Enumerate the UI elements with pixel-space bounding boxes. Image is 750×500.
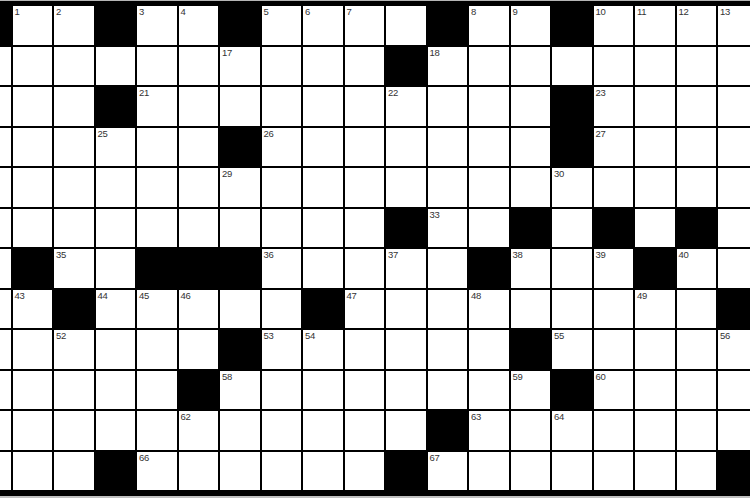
cell-r5-c5[interactable] xyxy=(136,167,178,208)
clue-number-10: 10 xyxy=(596,6,606,17)
clue-number-36: 36 xyxy=(264,249,274,260)
cell-r11-c12-black xyxy=(427,410,469,451)
cell-r3-c18[interactable] xyxy=(676,86,718,127)
clue-number-46: 46 xyxy=(181,290,191,301)
cell-r7-c10[interactable] xyxy=(344,248,386,289)
clue-number-11: 11 xyxy=(637,6,646,17)
cell-r11-c19[interactable] xyxy=(717,410,750,451)
cell-r2-c11-black xyxy=(385,46,427,87)
cell-r12-c17[interactable] xyxy=(634,451,676,492)
cell-r5-c19[interactable] xyxy=(717,167,750,208)
cell-r4-c5[interactable] xyxy=(136,127,178,168)
cell-r12-c3[interactable] xyxy=(53,451,95,492)
cell-r2-c4[interactable] xyxy=(95,46,137,87)
clue-number-58: 58 xyxy=(222,371,232,382)
cell-r1-c16[interactable]: 10 xyxy=(593,5,635,46)
cell-r3-c13[interactable] xyxy=(468,86,510,127)
clue-number-26: 26 xyxy=(264,128,274,139)
cell-r2-c7[interactable]: 17 xyxy=(219,46,261,87)
cell-r7-c8[interactable]: 36 xyxy=(261,248,303,289)
cell-r7-c11[interactable]: 37 xyxy=(385,248,427,289)
cell-r10-c7[interactable]: 58 xyxy=(219,370,261,411)
cell-r1-c10[interactable]: 7 xyxy=(344,5,386,46)
cell-r4-c6[interactable] xyxy=(178,127,220,168)
cell-r9-c6[interactable] xyxy=(178,329,220,370)
clue-number-67: 67 xyxy=(430,452,440,463)
cell-r1-c3[interactable]: 2 xyxy=(53,5,95,46)
clue-number-63: 63 xyxy=(471,411,481,422)
cell-r3-c6[interactable] xyxy=(178,86,220,127)
cell-r4-c4[interactable]: 25 xyxy=(95,127,137,168)
cell-r1-c14[interactable]: 9 xyxy=(510,5,552,46)
clue-number-2: 2 xyxy=(56,6,61,17)
cell-r8-c3-black xyxy=(53,289,95,330)
cell-r4-c8[interactable]: 26 xyxy=(261,127,303,168)
cell-r6-c11-black xyxy=(385,208,427,249)
cell-r1-c7-black xyxy=(219,5,261,46)
cell-r6-c14-black xyxy=(510,208,552,249)
cell-r1-c9[interactable]: 6 xyxy=(302,5,344,46)
cell-r11-c4[interactable] xyxy=(95,410,137,451)
cell-r5-c11[interactable] xyxy=(385,167,427,208)
cell-r1-c2[interactable]: 1 xyxy=(12,5,54,46)
cell-r5-c9[interactable] xyxy=(302,167,344,208)
clue-number-30: 30 xyxy=(554,168,564,179)
cell-r3-c11[interactable]: 22 xyxy=(385,86,427,127)
cell-r4-c16[interactable]: 27 xyxy=(593,127,635,168)
cell-r10-c8[interactable] xyxy=(261,370,303,411)
cell-r4-c17[interactable] xyxy=(634,127,676,168)
cell-r1-c8[interactable]: 5 xyxy=(261,5,303,46)
cell-r2-c5[interactable] xyxy=(136,46,178,87)
cell-r3-c17[interactable] xyxy=(634,86,676,127)
cell-r2-c18[interactable] xyxy=(676,46,718,87)
cell-r10-c3[interactable] xyxy=(53,370,95,411)
clue-number-54: 54 xyxy=(305,330,315,341)
cell-r5-c18[interactable] xyxy=(676,167,718,208)
cell-r10-c11[interactable] xyxy=(385,370,427,411)
cell-r3-c7[interactable] xyxy=(219,86,261,127)
cell-r7-c16[interactable]: 39 xyxy=(593,248,635,289)
cell-r12-c8[interactable] xyxy=(261,451,303,492)
cell-r8-c17[interactable]: 49 xyxy=(634,289,676,330)
cell-r8-c14[interactable] xyxy=(510,289,552,330)
cell-r12-c6[interactable] xyxy=(178,451,220,492)
cell-r11-c13[interactable]: 63 xyxy=(468,410,510,451)
cell-r8-c6[interactable]: 46 xyxy=(178,289,220,330)
cell-r4-c15-black xyxy=(551,127,593,168)
cell-r2-c16[interactable] xyxy=(593,46,635,87)
cell-r8-c19-black xyxy=(717,289,750,330)
cell-r3-c5[interactable]: 21 xyxy=(136,86,178,127)
cell-r8-c1[interactable] xyxy=(0,289,12,330)
cell-r11-c10[interactable] xyxy=(344,410,386,451)
cell-r1-c17[interactable]: 11 xyxy=(634,5,676,46)
cell-r8-c12[interactable] xyxy=(427,289,469,330)
cell-r2-c10[interactable] xyxy=(344,46,386,87)
cell-r9-c9[interactable]: 54 xyxy=(302,329,344,370)
cell-r3-c2[interactable] xyxy=(12,86,54,127)
clue-number-33: 33 xyxy=(430,209,440,220)
cell-r10-c14[interactable]: 59 xyxy=(510,370,552,411)
cell-r8-c2[interactable]: 43 xyxy=(12,289,54,330)
cell-r12-c9[interactable] xyxy=(302,451,344,492)
clue-number-62: 62 xyxy=(181,411,191,422)
cell-r8-c13[interactable]: 48 xyxy=(468,289,510,330)
cell-r2-c2[interactable] xyxy=(12,46,54,87)
cell-r2-c9[interactable] xyxy=(302,46,344,87)
cell-r2-c3[interactable] xyxy=(53,46,95,87)
cell-r1-c1-black xyxy=(0,5,12,46)
clue-number-5: 5 xyxy=(264,6,269,17)
cell-r6-c2[interactable] xyxy=(12,208,54,249)
cell-r4-c11[interactable] xyxy=(385,127,427,168)
cell-r11-c15[interactable]: 64 xyxy=(551,410,593,451)
cell-r8-c8[interactable] xyxy=(261,289,303,330)
cell-r1-c6[interactable]: 4 xyxy=(178,5,220,46)
clue-number-38: 38 xyxy=(513,249,523,260)
cell-r7-c1[interactable] xyxy=(0,248,12,289)
cell-r9-c16[interactable] xyxy=(593,329,635,370)
cell-r3-c19[interactable] xyxy=(717,86,750,127)
cell-r5-c6[interactable] xyxy=(178,167,220,208)
cell-r6-c10[interactable] xyxy=(344,208,386,249)
cell-r6-c12[interactable]: 33 xyxy=(427,208,469,249)
cell-r5-c12[interactable] xyxy=(427,167,469,208)
clue-number-53: 53 xyxy=(264,330,274,341)
clue-number-60: 60 xyxy=(596,371,606,382)
cell-r7-c3[interactable]: 35 xyxy=(53,248,95,289)
clue-number-37: 37 xyxy=(388,249,398,260)
cell-r8-c18[interactable] xyxy=(676,289,718,330)
cell-r2-c17[interactable] xyxy=(634,46,676,87)
cell-r10-c6-black xyxy=(178,370,220,411)
cell-r4-c3[interactable] xyxy=(53,127,95,168)
cell-r7-c13-black xyxy=(468,248,510,289)
cell-r10-c12[interactable] xyxy=(427,370,469,411)
cell-r3-c9[interactable] xyxy=(302,86,344,127)
clue-number-64: 64 xyxy=(554,411,564,422)
cell-r3-c14[interactable] xyxy=(510,86,552,127)
cell-r7-c15[interactable] xyxy=(551,248,593,289)
cell-r4-c18[interactable] xyxy=(676,127,718,168)
cell-r1-c18[interactable]: 12 xyxy=(676,5,718,46)
clue-number-18: 18 xyxy=(430,47,440,58)
cell-r11-c8[interactable] xyxy=(261,410,303,451)
cell-r4-c9[interactable] xyxy=(302,127,344,168)
cell-r2-c8[interactable] xyxy=(261,46,303,87)
cell-r9-c3[interactable]: 52 xyxy=(53,329,95,370)
clue-number-1: 1 xyxy=(15,6,20,17)
cell-r6-c8[interactable] xyxy=(261,208,303,249)
cell-r11-c9[interactable] xyxy=(302,410,344,451)
clue-number-17: 17 xyxy=(222,47,232,58)
cell-r12-c13[interactable] xyxy=(468,451,510,492)
cell-r7-c17-black xyxy=(634,248,676,289)
clue-number-8: 8 xyxy=(471,6,476,17)
cell-r6-c6[interactable] xyxy=(178,208,220,249)
cell-r7-c18[interactable]: 40 xyxy=(676,248,718,289)
cell-r3-c8[interactable] xyxy=(261,86,303,127)
cell-r1-c11[interactable] xyxy=(385,5,427,46)
cell-r7-c9[interactable] xyxy=(302,248,344,289)
cell-r12-c19-black xyxy=(717,451,750,492)
cell-r11-c5[interactable] xyxy=(136,410,178,451)
cell-r6-c1[interactable] xyxy=(0,208,12,249)
cell-r5-c4[interactable] xyxy=(95,167,137,208)
clue-number-7: 7 xyxy=(347,6,352,17)
cell-r5-c14[interactable] xyxy=(510,167,552,208)
clue-number-12: 12 xyxy=(679,6,689,17)
cell-r11-c3[interactable] xyxy=(53,410,95,451)
cell-r9-c5[interactable] xyxy=(136,329,178,370)
cell-r2-c14[interactable] xyxy=(510,46,552,87)
clue-number-3: 3 xyxy=(139,6,144,17)
cell-r2-c12[interactable]: 18 xyxy=(427,46,469,87)
cell-r9-c13[interactable] xyxy=(468,329,510,370)
cell-r7-c2-black xyxy=(12,248,54,289)
cell-r8-c16[interactable] xyxy=(593,289,635,330)
cell-r5-c2[interactable] xyxy=(12,167,54,208)
cell-r5-c8[interactable] xyxy=(261,167,303,208)
cell-r10-c15-black xyxy=(551,370,593,411)
cell-r12-c14[interactable] xyxy=(510,451,552,492)
cell-r6-c19[interactable] xyxy=(717,208,750,249)
cell-r4-c19[interactable] xyxy=(717,127,750,168)
cell-r6-c18-black xyxy=(676,208,718,249)
cell-r4-c10[interactable] xyxy=(344,127,386,168)
cell-r11-c7[interactable] xyxy=(219,410,261,451)
cell-r10-c1[interactable] xyxy=(0,370,12,411)
cell-r2-c19[interactable] xyxy=(717,46,750,87)
cell-r4-c12[interactable] xyxy=(427,127,469,168)
cell-r8-c4[interactable]: 44 xyxy=(95,289,137,330)
cell-r5-c16[interactable] xyxy=(593,167,635,208)
clue-number-56: 56 xyxy=(720,330,730,341)
cell-r1-c5[interactable]: 3 xyxy=(136,5,178,46)
clue-number-47: 47 xyxy=(347,290,357,301)
cell-r11-c1[interactable] xyxy=(0,410,12,451)
cell-r9-c11[interactable] xyxy=(385,329,427,370)
cell-r4-c7-black xyxy=(219,127,261,168)
clue-number-9: 9 xyxy=(513,6,518,17)
cell-r9-c8[interactable]: 53 xyxy=(261,329,303,370)
cell-r9-c17[interactable] xyxy=(634,329,676,370)
cell-r12-c10[interactable] xyxy=(344,451,386,492)
cell-r9-c2[interactable] xyxy=(12,329,54,370)
cell-r11-c6[interactable]: 62 xyxy=(178,410,220,451)
clue-number-13: 13 xyxy=(720,6,730,17)
cell-r9-c19[interactable]: 56 xyxy=(717,329,750,370)
cell-r10-c10[interactable] xyxy=(344,370,386,411)
clue-number-22: 22 xyxy=(388,87,398,98)
cell-r3-c1[interactable] xyxy=(0,86,12,127)
cell-r10-c9[interactable] xyxy=(302,370,344,411)
cell-r6-c7[interactable] xyxy=(219,208,261,249)
cell-r6-c5[interactable] xyxy=(136,208,178,249)
cell-r8-c9-black xyxy=(302,289,344,330)
cell-r10-c17[interactable] xyxy=(634,370,676,411)
cell-r7-c14[interactable]: 38 xyxy=(510,248,552,289)
cell-r3-c16[interactable]: 23 xyxy=(593,86,635,127)
clue-number-25: 25 xyxy=(98,128,108,139)
cell-r5-c17[interactable] xyxy=(634,167,676,208)
cell-r12-c18[interactable] xyxy=(676,451,718,492)
clue-number-44: 44 xyxy=(98,290,108,301)
cell-r10-c19[interactable] xyxy=(717,370,750,411)
cell-r2-c6[interactable] xyxy=(178,46,220,87)
cell-r1-c4-black xyxy=(95,5,137,46)
cell-r5-c1[interactable] xyxy=(0,167,12,208)
cell-r10-c16[interactable]: 60 xyxy=(593,370,635,411)
cell-r3-c15-black xyxy=(551,86,593,127)
bottom-crop-sliver xyxy=(0,496,750,498)
cell-r5-c10[interactable] xyxy=(344,167,386,208)
cell-r2-c1[interactable] xyxy=(0,46,12,87)
cell-r10-c13[interactable] xyxy=(468,370,510,411)
cell-r12-c12[interactable]: 67 xyxy=(427,451,469,492)
cell-r7-c7-black xyxy=(219,248,261,289)
cell-r9-c4[interactable] xyxy=(95,329,137,370)
cell-r11-c16[interactable] xyxy=(593,410,635,451)
clue-number-52: 52 xyxy=(56,330,66,341)
clue-number-27: 27 xyxy=(596,128,606,139)
cell-r1-c19[interactable]: 13 xyxy=(717,5,750,46)
cell-r3-c12[interactable] xyxy=(427,86,469,127)
clue-number-48: 48 xyxy=(471,290,481,301)
cell-r12-c4-black xyxy=(95,451,137,492)
cell-r10-c18[interactable] xyxy=(676,370,718,411)
cell-r8-c10[interactable]: 47 xyxy=(344,289,386,330)
cell-r3-c4-black xyxy=(95,86,137,127)
cell-r3-c3[interactable] xyxy=(53,86,95,127)
cell-r9-c15[interactable]: 55 xyxy=(551,329,593,370)
cell-r11-c14[interactable] xyxy=(510,410,552,451)
cell-r11-c18[interactable] xyxy=(676,410,718,451)
cell-r6-c3[interactable] xyxy=(53,208,95,249)
cell-r8-c15[interactable] xyxy=(551,289,593,330)
cell-r7-c6-black xyxy=(178,248,220,289)
cell-r6-c15[interactable] xyxy=(551,208,593,249)
cell-r9-c10[interactable] xyxy=(344,329,386,370)
cell-r6-c16-black xyxy=(593,208,635,249)
clue-number-55: 55 xyxy=(554,330,564,341)
cell-r4-c13[interactable] xyxy=(468,127,510,168)
cell-r2-c13[interactable] xyxy=(468,46,510,87)
clue-number-45: 45 xyxy=(139,290,149,301)
cell-r12-c2[interactable] xyxy=(12,451,54,492)
cell-r8-c7[interactable] xyxy=(219,289,261,330)
cell-r1-c13[interactable]: 8 xyxy=(468,5,510,46)
clue-number-39: 39 xyxy=(596,249,606,260)
cell-r9-c1[interactable] xyxy=(0,329,12,370)
cell-r9-c18[interactable] xyxy=(676,329,718,370)
cell-r4-c2[interactable] xyxy=(12,127,54,168)
cell-r5-c13[interactable] xyxy=(468,167,510,208)
cell-r7-c19[interactable] xyxy=(717,248,750,289)
cell-r4-c1[interactable] xyxy=(0,127,12,168)
clue-number-49: 49 xyxy=(637,290,647,301)
cell-r8-c5[interactable]: 45 xyxy=(136,289,178,330)
cell-r5-c15[interactable]: 30 xyxy=(551,167,593,208)
cell-r1-c15-black xyxy=(551,5,593,46)
cell-r11-c11[interactable] xyxy=(385,410,427,451)
cell-r6-c4[interactable] xyxy=(95,208,137,249)
clue-number-23: 23 xyxy=(596,87,606,98)
clue-number-59: 59 xyxy=(513,371,523,382)
cell-r11-c2[interactable] xyxy=(12,410,54,451)
clue-number-6: 6 xyxy=(305,6,310,17)
cell-r7-c5-black xyxy=(136,248,178,289)
cell-r12-c11-black xyxy=(385,451,427,492)
clue-number-29: 29 xyxy=(222,168,232,179)
cell-r10-c2[interactable] xyxy=(12,370,54,411)
cell-r9-c12[interactable] xyxy=(427,329,469,370)
cell-r12-c7[interactable] xyxy=(219,451,261,492)
crossword-screenshot: 1234567891011121317182122232526272930333… xyxy=(0,0,750,500)
cell-r4-c14[interactable] xyxy=(510,127,552,168)
cell-r5-c3[interactable] xyxy=(53,167,95,208)
cell-r9-c7-black xyxy=(219,329,261,370)
cell-r7-c4[interactable] xyxy=(95,248,137,289)
cell-r10-c5[interactable] xyxy=(136,370,178,411)
cell-r12-c15[interactable] xyxy=(551,451,593,492)
cell-r12-c5[interactable]: 66 xyxy=(136,451,178,492)
cell-r12-c16[interactable] xyxy=(593,451,635,492)
cell-r3-c10[interactable] xyxy=(344,86,386,127)
clue-number-21: 21 xyxy=(139,87,149,98)
clue-number-40: 40 xyxy=(679,249,689,260)
cell-r11-c17[interactable] xyxy=(634,410,676,451)
cell-r12-c1[interactable] xyxy=(0,451,12,492)
cell-r1-c12-black xyxy=(427,5,469,46)
clue-number-43: 43 xyxy=(15,290,25,301)
clue-number-35: 35 xyxy=(56,249,66,260)
cell-r6-c13[interactable] xyxy=(468,208,510,249)
clue-number-66: 66 xyxy=(139,452,149,463)
cell-r6-c9[interactable] xyxy=(302,208,344,249)
cell-r9-c14-black xyxy=(510,329,552,370)
cell-r6-c17[interactable] xyxy=(634,208,676,249)
cell-r5-c7[interactable]: 29 xyxy=(219,167,261,208)
cell-r10-c4[interactable] xyxy=(95,370,137,411)
clue-number-4: 4 xyxy=(181,6,186,17)
crossword-grid: 1234567891011121317182122232526272930333… xyxy=(0,1,750,496)
cell-r2-c15[interactable] xyxy=(551,46,593,87)
cell-r8-c11[interactable] xyxy=(385,289,427,330)
cell-r7-c12[interactable] xyxy=(427,248,469,289)
